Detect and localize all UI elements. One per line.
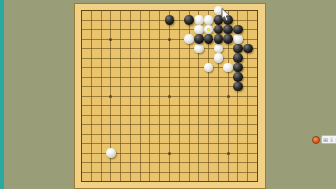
star-point xyxy=(168,95,171,98)
black-stone xyxy=(165,15,175,25)
white-stone xyxy=(184,34,194,44)
mini-toolbar[interactable]: ⊞ ⇩ ≣ xyxy=(312,134,336,145)
star-point xyxy=(168,38,171,41)
board-line-horizontal xyxy=(81,134,258,135)
white-stone xyxy=(194,44,204,54)
widget-grid-icon[interactable]: ⊞ xyxy=(323,137,328,143)
last-move-marker xyxy=(207,28,210,31)
black-stone xyxy=(194,34,204,44)
board-line-horizontal xyxy=(81,124,258,125)
black-stone xyxy=(184,15,194,25)
video-edge-strip xyxy=(0,0,4,189)
white-stone xyxy=(204,15,214,25)
board-line-vertical xyxy=(247,10,248,182)
white-stone xyxy=(204,63,214,73)
black-stone xyxy=(233,53,243,63)
board-line-horizontal xyxy=(81,181,258,182)
black-stone xyxy=(233,72,243,82)
white-stone xyxy=(214,53,224,63)
star-point xyxy=(227,152,230,155)
board-line-horizontal xyxy=(81,172,258,173)
white-stone xyxy=(106,148,116,158)
black-stone xyxy=(223,34,233,44)
star-point xyxy=(168,152,171,155)
black-stone xyxy=(214,34,224,44)
widget-bar[interactable]: ⊞ ⇩ ≣ xyxy=(321,135,336,144)
black-stone xyxy=(233,82,243,92)
black-stone xyxy=(214,25,224,35)
mouse-cursor-icon xyxy=(221,8,231,22)
black-stone xyxy=(233,63,243,73)
board-line-horizontal xyxy=(81,115,258,116)
black-stone xyxy=(243,44,253,54)
board-line-vertical xyxy=(179,10,180,182)
black-stone xyxy=(223,25,233,35)
screen: ⊞ ⇩ ≣ xyxy=(0,0,336,189)
star-point xyxy=(227,95,230,98)
white-stone xyxy=(233,34,243,44)
white-stone xyxy=(214,44,224,54)
star-point xyxy=(109,95,112,98)
black-stone xyxy=(233,44,243,54)
go-board[interactable] xyxy=(74,3,266,189)
board-line-horizontal xyxy=(81,105,258,106)
star-point xyxy=(109,38,112,41)
board-line-horizontal xyxy=(81,143,258,144)
black-stone xyxy=(204,34,214,44)
black-stone xyxy=(233,25,243,35)
board-line-horizontal xyxy=(81,162,258,163)
board-grid[interactable] xyxy=(81,10,258,182)
widget-download-icon[interactable]: ⇩ xyxy=(329,137,334,143)
white-stone xyxy=(194,25,204,35)
white-stone xyxy=(194,15,204,25)
board-line-vertical xyxy=(257,10,258,182)
white-stone xyxy=(223,63,233,73)
widget-logo-icon[interactable] xyxy=(312,136,320,144)
